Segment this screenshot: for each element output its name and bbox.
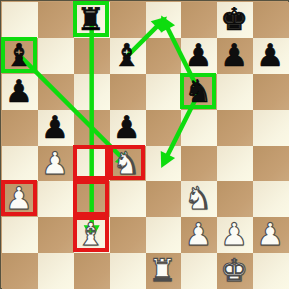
square-d8[interactable]: [110, 2, 146, 38]
piece-white-bishop-c2[interactable]: ♝: [73, 216, 109, 252]
square-g4[interactable]: [217, 146, 253, 182]
square-b2[interactable]: [38, 217, 74, 253]
square-a8[interactable]: [2, 2, 38, 38]
piece-black-pawn-a6[interactable]: ♟: [1, 73, 37, 109]
square-c7[interactable]: [74, 38, 110, 74]
piece-black-bishop-a7[interactable]: ♝: [1, 37, 37, 73]
square-b8[interactable]: [38, 2, 74, 38]
square-h8[interactable]: [253, 2, 289, 38]
square-e4[interactable]: [146, 146, 182, 182]
piece-white-pawn-b4[interactable]: ♟: [37, 145, 73, 181]
square-h3[interactable]: [253, 181, 289, 217]
square-e2[interactable]: [146, 217, 182, 253]
square-f5[interactable]: [181, 110, 217, 146]
piece-black-pawn-d5[interactable]: ♟: [109, 109, 145, 145]
square-f8[interactable]: [181, 2, 217, 38]
piece-white-knight-d4[interactable]: ♞: [109, 145, 145, 181]
square-f4[interactable]: [181, 146, 217, 182]
piece-white-pawn-g2[interactable]: ♟: [216, 216, 252, 252]
piece-black-pawn-b5[interactable]: ♟: [37, 109, 73, 145]
square-c6[interactable]: [74, 74, 110, 110]
square-b7[interactable]: [38, 38, 74, 74]
square-h4[interactable]: [253, 146, 289, 182]
piece-black-pawn-f7[interactable]: ♟: [180, 37, 216, 73]
square-b3[interactable]: [38, 181, 74, 217]
piece-white-pawn-a3[interactable]: ♟: [1, 180, 37, 216]
piece-black-king-g8[interactable]: ♚: [216, 1, 252, 37]
piece-white-rook-e1[interactable]: ♜: [145, 252, 181, 288]
square-a5[interactable]: [2, 110, 38, 146]
square-h1[interactable]: [253, 253, 289, 289]
square-e7[interactable]: [146, 38, 182, 74]
piece-white-king-g1[interactable]: ♚: [216, 252, 252, 288]
square-b6[interactable]: [38, 74, 74, 110]
square-f1[interactable]: [181, 253, 217, 289]
chess-app: ♜♚♝♝♟♟♟♟♞♟♟♟♞♟♞♝♟♟♟♜♚: [0, 0, 289, 289]
square-c4[interactable]: [74, 146, 110, 182]
square-g3[interactable]: [217, 181, 253, 217]
piece-white-knight-f3[interactable]: ♞: [180, 180, 216, 216]
square-a1[interactable]: [2, 253, 38, 289]
square-d2[interactable]: [110, 217, 146, 253]
square-d3[interactable]: [110, 181, 146, 217]
square-a2[interactable]: [2, 217, 38, 253]
piece-black-pawn-h7[interactable]: ♟: [252, 37, 288, 73]
piece-black-pawn-g7[interactable]: ♟: [216, 37, 252, 73]
piece-white-pawn-h2[interactable]: ♟: [252, 216, 288, 252]
square-e5[interactable]: [146, 110, 182, 146]
piece-white-pawn-f2[interactable]: ♟: [180, 216, 216, 252]
square-d6[interactable]: [110, 74, 146, 110]
square-e3[interactable]: [146, 181, 182, 217]
square-g5[interactable]: [217, 110, 253, 146]
square-c1[interactable]: [74, 253, 110, 289]
square-c5[interactable]: [74, 110, 110, 146]
square-e8[interactable]: [146, 2, 182, 38]
square-h6[interactable]: [253, 74, 289, 110]
square-g6[interactable]: [217, 74, 253, 110]
piece-black-knight-f6[interactable]: ♞: [180, 73, 216, 109]
square-a4[interactable]: [2, 146, 38, 182]
piece-black-bishop-d7[interactable]: ♝: [109, 37, 145, 73]
square-c3[interactable]: [74, 181, 110, 217]
square-e6[interactable]: [146, 74, 182, 110]
square-b1[interactable]: [38, 253, 74, 289]
square-d1[interactable]: [110, 253, 146, 289]
square-h5[interactable]: [253, 110, 289, 146]
piece-black-rook-c8[interactable]: ♜: [73, 1, 109, 37]
